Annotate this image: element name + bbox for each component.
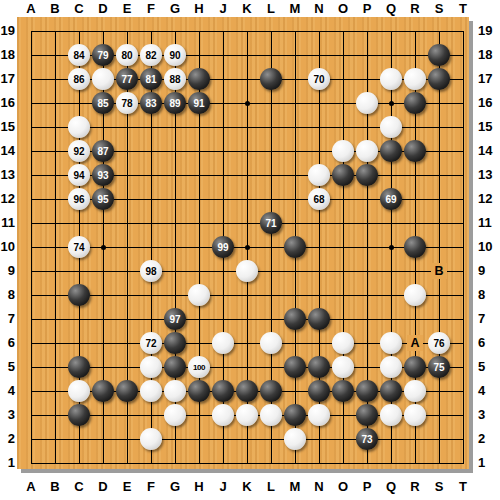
intersection-B18[interactable]: [43, 43, 67, 67]
black-stone[interactable]: [260, 68, 282, 90]
intersection-K6[interactable]: [235, 331, 259, 355]
intersection-G6[interactable]: [163, 331, 187, 355]
intersection-T6[interactable]: [451, 331, 469, 355]
intersection-L15[interactable]: [259, 115, 283, 139]
white-stone[interactable]: [356, 92, 378, 114]
intersection-T19[interactable]: [451, 19, 469, 43]
intersection-J9[interactable]: [211, 259, 235, 283]
intersection-S19[interactable]: [427, 19, 451, 43]
intersection-P11[interactable]: [355, 211, 379, 235]
intersection-G9[interactable]: [163, 259, 187, 283]
intersection-G12[interactable]: [163, 187, 187, 211]
intersection-O14[interactable]: [331, 139, 355, 163]
black-stone[interactable]: [188, 380, 210, 402]
intersection-A14[interactable]: [19, 139, 43, 163]
intersection-A16[interactable]: [19, 91, 43, 115]
intersection-Q12[interactable]: 69: [379, 187, 403, 211]
intersection-F12[interactable]: [139, 187, 163, 211]
intersection-A7[interactable]: [19, 307, 43, 331]
intersection-T13[interactable]: [451, 163, 469, 187]
intersection-E15[interactable]: [115, 115, 139, 139]
black-stone[interactable]: [164, 332, 186, 354]
white-stone[interactable]: [404, 404, 426, 426]
white-stone[interactable]: [236, 260, 258, 282]
intersection-R2[interactable]: [403, 427, 427, 451]
intersection-R4[interactable]: [403, 379, 427, 403]
intersection-K4[interactable]: [235, 379, 259, 403]
intersection-P16[interactable]: [355, 91, 379, 115]
intersection-K9[interactable]: [235, 259, 259, 283]
intersection-R6[interactable]: A: [403, 331, 427, 355]
intersection-S8[interactable]: [427, 283, 451, 307]
intersection-M4[interactable]: [283, 379, 307, 403]
intersection-F15[interactable]: [139, 115, 163, 139]
intersection-N18[interactable]: [307, 43, 331, 67]
white-stone[interactable]: 88: [164, 68, 186, 90]
white-stone[interactable]: [404, 68, 426, 90]
intersection-C19[interactable]: [67, 19, 91, 43]
black-stone[interactable]: 71: [260, 212, 282, 234]
intersection-E18[interactable]: 80: [115, 43, 139, 67]
white-stone[interactable]: [404, 380, 426, 402]
intersection-A4[interactable]: [19, 379, 43, 403]
black-stone[interactable]: 91: [188, 92, 210, 114]
intersection-S15[interactable]: [427, 115, 451, 139]
intersection-F10[interactable]: [139, 235, 163, 259]
intersection-L12[interactable]: [259, 187, 283, 211]
intersection-F7[interactable]: [139, 307, 163, 331]
white-stone[interactable]: [332, 356, 354, 378]
black-stone[interactable]: [356, 164, 378, 186]
intersection-G1[interactable]: [163, 451, 187, 469]
intersection-E8[interactable]: [115, 283, 139, 307]
intersection-Q18[interactable]: [379, 43, 403, 67]
intersection-J2[interactable]: [211, 427, 235, 451]
black-stone[interactable]: [404, 140, 426, 162]
intersection-M18[interactable]: [283, 43, 307, 67]
intersection-N14[interactable]: [307, 139, 331, 163]
intersection-P1[interactable]: [355, 451, 379, 469]
intersection-T15[interactable]: [451, 115, 469, 139]
white-stone[interactable]: [140, 380, 162, 402]
black-stone[interactable]: 83: [140, 92, 162, 114]
intersection-F3[interactable]: [139, 403, 163, 427]
intersection-E1[interactable]: [115, 451, 139, 469]
intersection-N5[interactable]: [307, 355, 331, 379]
intersection-C2[interactable]: [67, 427, 91, 451]
intersection-C9[interactable]: [67, 259, 91, 283]
intersection-D6[interactable]: [91, 331, 115, 355]
intersection-N6[interactable]: [307, 331, 331, 355]
intersection-E12[interactable]: [115, 187, 139, 211]
intersection-Q11[interactable]: [379, 211, 403, 235]
intersection-A17[interactable]: [19, 67, 43, 91]
intersection-J3[interactable]: [211, 403, 235, 427]
intersection-Q14[interactable]: [379, 139, 403, 163]
intersection-E2[interactable]: [115, 427, 139, 451]
white-stone[interactable]: [308, 164, 330, 186]
white-stone[interactable]: [260, 404, 282, 426]
white-stone[interactable]: 90: [164, 44, 186, 66]
intersection-J12[interactable]: [211, 187, 235, 211]
black-stone[interactable]: 87: [92, 140, 114, 162]
black-stone[interactable]: [380, 380, 402, 402]
intersection-L18[interactable]: [259, 43, 283, 67]
intersection-L6[interactable]: [259, 331, 283, 355]
intersection-Q1[interactable]: [379, 451, 403, 469]
black-stone[interactable]: 89: [164, 92, 186, 114]
intersection-G11[interactable]: [163, 211, 187, 235]
intersection-J4[interactable]: [211, 379, 235, 403]
intersection-C5[interactable]: [67, 355, 91, 379]
intersection-M2[interactable]: [283, 427, 307, 451]
intersection-R1[interactable]: [403, 451, 427, 469]
intersection-E10[interactable]: [115, 235, 139, 259]
black-stone[interactable]: [68, 284, 90, 306]
intersection-H19[interactable]: [187, 19, 211, 43]
white-stone[interactable]: 68: [308, 188, 330, 210]
intersection-Q8[interactable]: [379, 283, 403, 307]
intersection-N2[interactable]: [307, 427, 331, 451]
intersection-N4[interactable]: [307, 379, 331, 403]
white-stone[interactable]: 86: [68, 68, 90, 90]
intersection-B13[interactable]: [43, 163, 67, 187]
intersection-M17[interactable]: [283, 67, 307, 91]
intersection-R13[interactable]: [403, 163, 427, 187]
white-stone[interactable]: [140, 356, 162, 378]
white-stone[interactable]: [332, 332, 354, 354]
intersection-M3[interactable]: [283, 403, 307, 427]
intersection-Q15[interactable]: [379, 115, 403, 139]
intersection-S6[interactable]: 76: [427, 331, 451, 355]
intersection-F9[interactable]: 98: [139, 259, 163, 283]
intersection-B16[interactable]: [43, 91, 67, 115]
intersection-N11[interactable]: [307, 211, 331, 235]
intersection-K1[interactable]: [235, 451, 259, 469]
intersection-F1[interactable]: [139, 451, 163, 469]
intersection-C13[interactable]: 94: [67, 163, 91, 187]
intersection-H3[interactable]: [187, 403, 211, 427]
intersection-A9[interactable]: [19, 259, 43, 283]
intersection-A10[interactable]: [19, 235, 43, 259]
intersection-F8[interactable]: [139, 283, 163, 307]
intersection-F11[interactable]: [139, 211, 163, 235]
white-stone[interactable]: [164, 380, 186, 402]
intersection-L2[interactable]: [259, 427, 283, 451]
intersection-B1[interactable]: [43, 451, 67, 469]
intersection-J18[interactable]: [211, 43, 235, 67]
intersection-P8[interactable]: [355, 283, 379, 307]
intersection-B14[interactable]: [43, 139, 67, 163]
intersection-G15[interactable]: [163, 115, 187, 139]
intersection-T12[interactable]: [451, 187, 469, 211]
black-stone[interactable]: [68, 356, 90, 378]
white-stone[interactable]: 78: [116, 92, 138, 114]
intersection-D3[interactable]: [91, 403, 115, 427]
intersection-D1[interactable]: [91, 451, 115, 469]
intersection-P12[interactable]: [355, 187, 379, 211]
intersection-L16[interactable]: [259, 91, 283, 115]
intersection-M16[interactable]: [283, 91, 307, 115]
intersection-G2[interactable]: [163, 427, 187, 451]
intersection-Q19[interactable]: [379, 19, 403, 43]
intersection-A15[interactable]: [19, 115, 43, 139]
white-stone[interactable]: 82: [140, 44, 162, 66]
intersection-P6[interactable]: [355, 331, 379, 355]
intersection-P14[interactable]: [355, 139, 379, 163]
intersection-R5[interactable]: [403, 355, 427, 379]
intersection-D19[interactable]: [91, 19, 115, 43]
intersection-G18[interactable]: 90: [163, 43, 187, 67]
black-stone[interactable]: 97: [164, 308, 186, 330]
intersection-F18[interactable]: 82: [139, 43, 163, 67]
intersection-E5[interactable]: [115, 355, 139, 379]
white-stone[interactable]: 98: [140, 260, 162, 282]
black-stone[interactable]: [260, 380, 282, 402]
intersection-T3[interactable]: [451, 403, 469, 427]
white-stone[interactable]: [380, 116, 402, 138]
intersection-R8[interactable]: [403, 283, 427, 307]
white-stone[interactable]: [380, 332, 402, 354]
intersection-O12[interactable]: [331, 187, 355, 211]
intersection-J14[interactable]: [211, 139, 235, 163]
intersection-N3[interactable]: [307, 403, 331, 427]
intersection-B5[interactable]: [43, 355, 67, 379]
intersection-A6[interactable]: [19, 331, 43, 355]
intersection-R16[interactable]: [403, 91, 427, 115]
intersection-G7[interactable]: 97: [163, 307, 187, 331]
intersection-D4[interactable]: [91, 379, 115, 403]
intersection-G19[interactable]: [163, 19, 187, 43]
intersection-F19[interactable]: [139, 19, 163, 43]
intersection-K12[interactable]: [235, 187, 259, 211]
intersection-E11[interactable]: [115, 211, 139, 235]
intersection-E3[interactable]: [115, 403, 139, 427]
intersection-B19[interactable]: [43, 19, 67, 43]
intersection-N8[interactable]: [307, 283, 331, 307]
intersection-S10[interactable]: [427, 235, 451, 259]
intersection-T1[interactable]: [451, 451, 469, 469]
intersection-T17[interactable]: [451, 67, 469, 91]
intersection-K5[interactable]: [235, 355, 259, 379]
intersection-E13[interactable]: [115, 163, 139, 187]
intersection-T8[interactable]: [451, 283, 469, 307]
intersection-F17[interactable]: 81: [139, 67, 163, 91]
intersection-G16[interactable]: 89: [163, 91, 187, 115]
intersection-H2[interactable]: [187, 427, 211, 451]
intersection-C1[interactable]: [67, 451, 91, 469]
intersection-H12[interactable]: [187, 187, 211, 211]
intersection-E14[interactable]: [115, 139, 139, 163]
intersection-G5[interactable]: [163, 355, 187, 379]
intersection-C6[interactable]: [67, 331, 91, 355]
white-stone[interactable]: [260, 332, 282, 354]
intersection-N16[interactable]: [307, 91, 331, 115]
intersection-L19[interactable]: [259, 19, 283, 43]
intersection-B10[interactable]: [43, 235, 67, 259]
intersection-S4[interactable]: [427, 379, 451, 403]
intersection-O7[interactable]: [331, 307, 355, 331]
white-stone[interactable]: [404, 284, 426, 306]
intersection-S3[interactable]: [427, 403, 451, 427]
intersection-F13[interactable]: [139, 163, 163, 187]
intersection-S12[interactable]: [427, 187, 451, 211]
intersection-Q3[interactable]: [379, 403, 403, 427]
black-stone[interactable]: [380, 140, 402, 162]
black-stone[interactable]: [404, 92, 426, 114]
intersection-T10[interactable]: [451, 235, 469, 259]
intersection-G10[interactable]: [163, 235, 187, 259]
intersection-O10[interactable]: [331, 235, 355, 259]
intersection-R14[interactable]: [403, 139, 427, 163]
intersection-S17[interactable]: [427, 67, 451, 91]
intersection-B17[interactable]: [43, 67, 67, 91]
intersection-C18[interactable]: 84: [67, 43, 91, 67]
intersection-N15[interactable]: [307, 115, 331, 139]
intersection-B8[interactable]: [43, 283, 67, 307]
intersection-Q17[interactable]: [379, 67, 403, 91]
intersection-L1[interactable]: [259, 451, 283, 469]
intersection-L13[interactable]: [259, 163, 283, 187]
white-stone[interactable]: [188, 284, 210, 306]
intersection-N19[interactable]: [307, 19, 331, 43]
intersection-B11[interactable]: [43, 211, 67, 235]
intersection-P4[interactable]: [355, 379, 379, 403]
intersection-K17[interactable]: [235, 67, 259, 91]
intersection-O11[interactable]: [331, 211, 355, 235]
black-stone[interactable]: [284, 356, 306, 378]
intersection-G13[interactable]: [163, 163, 187, 187]
white-stone[interactable]: [356, 140, 378, 162]
intersection-M15[interactable]: [283, 115, 307, 139]
intersection-T18[interactable]: [451, 43, 469, 67]
black-stone[interactable]: 69: [380, 188, 402, 210]
intersection-R18[interactable]: [403, 43, 427, 67]
intersection-M7[interactable]: [283, 307, 307, 331]
black-stone[interactable]: [236, 380, 258, 402]
intersection-P18[interactable]: [355, 43, 379, 67]
white-stone[interactable]: [380, 356, 402, 378]
intersection-E7[interactable]: [115, 307, 139, 331]
intersection-F6[interactable]: 72: [139, 331, 163, 355]
intersection-M14[interactable]: [283, 139, 307, 163]
white-stone[interactable]: [380, 404, 402, 426]
intersection-L3[interactable]: [259, 403, 283, 427]
white-stone[interactable]: [212, 332, 234, 354]
intersection-A3[interactable]: [19, 403, 43, 427]
intersection-L7[interactable]: [259, 307, 283, 331]
white-stone[interactable]: [380, 68, 402, 90]
intersection-D7[interactable]: [91, 307, 115, 331]
intersection-A12[interactable]: [19, 187, 43, 211]
point-label-B[interactable]: B: [431, 263, 447, 279]
intersection-N1[interactable]: [307, 451, 331, 469]
intersection-O6[interactable]: [331, 331, 355, 355]
intersection-K16[interactable]: [235, 91, 259, 115]
white-stone[interactable]: 100: [188, 356, 210, 378]
intersection-R17[interactable]: [403, 67, 427, 91]
intersection-L10[interactable]: [259, 235, 283, 259]
black-stone[interactable]: [404, 236, 426, 258]
intersection-M6[interactable]: [283, 331, 307, 355]
black-stone[interactable]: 77: [116, 68, 138, 90]
intersection-O16[interactable]: [331, 91, 355, 115]
white-stone[interactable]: [140, 428, 162, 450]
intersection-F4[interactable]: [139, 379, 163, 403]
intersection-K11[interactable]: [235, 211, 259, 235]
intersection-B4[interactable]: [43, 379, 67, 403]
intersection-M13[interactable]: [283, 163, 307, 187]
intersection-B15[interactable]: [43, 115, 67, 139]
intersection-D13[interactable]: 93: [91, 163, 115, 187]
intersection-F2[interactable]: [139, 427, 163, 451]
intersection-K13[interactable]: [235, 163, 259, 187]
intersection-T16[interactable]: [451, 91, 469, 115]
intersection-S9[interactable]: B: [427, 259, 451, 283]
intersection-T9[interactable]: [451, 259, 469, 283]
intersection-A8[interactable]: [19, 283, 43, 307]
intersection-S2[interactable]: [427, 427, 451, 451]
intersection-O18[interactable]: [331, 43, 355, 67]
intersection-L11[interactable]: 71: [259, 211, 283, 235]
intersection-D15[interactable]: [91, 115, 115, 139]
intersection-T5[interactable]: [451, 355, 469, 379]
intersection-G8[interactable]: [163, 283, 187, 307]
intersection-H5[interactable]: 100: [187, 355, 211, 379]
intersection-D8[interactable]: [91, 283, 115, 307]
intersection-L8[interactable]: [259, 283, 283, 307]
intersection-T4[interactable]: [451, 379, 469, 403]
intersection-H16[interactable]: 91: [187, 91, 211, 115]
intersection-C4[interactable]: [67, 379, 91, 403]
intersection-J10[interactable]: 99: [211, 235, 235, 259]
intersection-G17[interactable]: 88: [163, 67, 187, 91]
intersection-A1[interactable]: [19, 451, 43, 469]
intersection-S14[interactable]: [427, 139, 451, 163]
intersection-D5[interactable]: [91, 355, 115, 379]
intersection-P9[interactable]: [355, 259, 379, 283]
intersection-R19[interactable]: [403, 19, 427, 43]
intersection-M12[interactable]: [283, 187, 307, 211]
intersection-K7[interactable]: [235, 307, 259, 331]
black-stone[interactable]: [332, 380, 354, 402]
intersection-J19[interactable]: [211, 19, 235, 43]
black-stone[interactable]: [356, 380, 378, 402]
intersection-M9[interactable]: [283, 259, 307, 283]
intersection-P5[interactable]: [355, 355, 379, 379]
intersection-P3[interactable]: [355, 403, 379, 427]
black-stone[interactable]: 73: [356, 428, 378, 450]
white-stone[interactable]: 76: [428, 332, 450, 354]
intersection-H11[interactable]: [187, 211, 211, 235]
intersection-E16[interactable]: 78: [115, 91, 139, 115]
intersection-B7[interactable]: [43, 307, 67, 331]
intersection-P15[interactable]: [355, 115, 379, 139]
intersection-K10[interactable]: [235, 235, 259, 259]
white-stone[interactable]: [68, 380, 90, 402]
intersection-T2[interactable]: [451, 427, 469, 451]
black-stone[interactable]: [164, 356, 186, 378]
black-stone[interactable]: [308, 356, 330, 378]
intersection-T11[interactable]: [451, 211, 469, 235]
intersection-D9[interactable]: [91, 259, 115, 283]
black-stone[interactable]: 81: [140, 68, 162, 90]
intersection-F16[interactable]: 83: [139, 91, 163, 115]
intersection-S11[interactable]: [427, 211, 451, 235]
intersection-B12[interactable]: [43, 187, 67, 211]
black-stone[interactable]: 99: [212, 236, 234, 258]
intersection-O19[interactable]: [331, 19, 355, 43]
